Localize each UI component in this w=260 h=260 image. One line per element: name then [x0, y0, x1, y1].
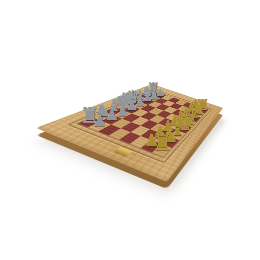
chess-set-photo: ♜♞♝♛♚♝♞♜♟♟♟♟♟♟♟♟♟♟♟♟♟♟♟♟♜♞♝♛♚♝♞♜ [0, 0, 260, 260]
